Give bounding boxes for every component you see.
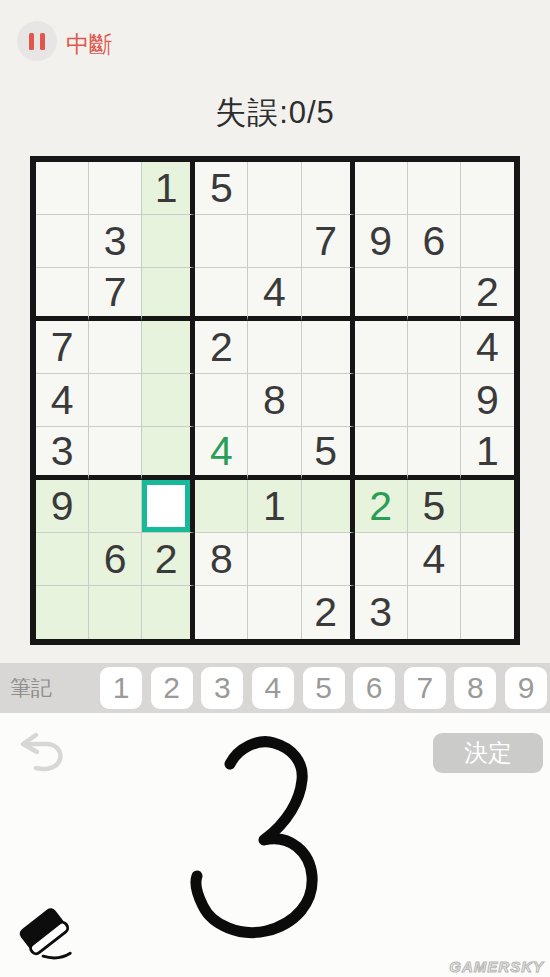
cell-r7c1[interactable]: 9 [36,480,89,533]
cell-r1c6[interactable] [302,162,355,215]
cell-r6c9[interactable]: 1 [461,427,514,480]
confirm-button[interactable]: 決定 [433,733,543,773]
cell-r6c7[interactable] [355,427,408,480]
cell-r2c6[interactable]: 7 [302,215,355,268]
cell-r7c9[interactable] [461,480,514,533]
cell-r2c2[interactable]: 3 [89,215,142,268]
cell-r8c7[interactable] [355,533,408,586]
note-digit-button-6[interactable]: 6 [353,667,395,709]
note-digit-button-8[interactable]: 8 [454,667,496,709]
cell-r8c3[interactable]: 2 [142,533,195,586]
cell-r9c1[interactable] [36,586,89,639]
notes-label: 筆記 [10,663,52,713]
cell-r6c2[interactable] [89,427,142,480]
cell-r8c9[interactable] [461,533,514,586]
cell-r5c4[interactable] [195,374,248,427]
cell-r8c6[interactable] [302,533,355,586]
cell-r9c8[interactable] [408,586,461,639]
cell-r9c5[interactable] [248,586,301,639]
sudoku-grid: 15379674272448934519125628423 [36,162,514,639]
cell-r3c3[interactable] [142,268,195,321]
cell-r5c1[interactable]: 4 [36,374,89,427]
cell-r6c3[interactable] [142,427,195,480]
watermark: GAMERSKY [449,958,544,975]
cell-r7c5[interactable]: 1 [248,480,301,533]
cell-r4c2[interactable] [89,321,142,374]
cell-r3c4[interactable] [195,268,248,321]
cell-r5c3[interactable] [142,374,195,427]
cell-r6c4[interactable]: 4 [195,427,248,480]
cell-r9c9[interactable] [461,586,514,639]
cell-r4c3[interactable] [142,321,195,374]
cell-r3c1[interactable] [36,268,89,321]
cell-r7c3[interactable] [142,480,195,533]
cell-r9c3[interactable] [142,586,195,639]
cell-r1c4[interactable]: 5 [195,162,248,215]
undo-arrow-icon[interactable] [16,729,66,775]
note-digit-row: 123456789 [100,667,547,709]
cell-r8c4[interactable]: 8 [195,533,248,586]
cell-r9c2[interactable] [89,586,142,639]
notes-bar: 筆記 123456789 [0,663,550,713]
cell-r7c4[interactable] [195,480,248,533]
cell-r8c5[interactable] [248,533,301,586]
cell-r4c1[interactable]: 7 [36,321,89,374]
cell-r2c3[interactable] [142,215,195,268]
cell-r6c8[interactable] [408,427,461,480]
cell-r2c1[interactable] [36,215,89,268]
note-digit-button-3[interactable]: 3 [201,667,243,709]
sudoku-board: 15379674272448934519125628423 [30,156,520,645]
cell-r4c4[interactable]: 2 [195,321,248,374]
pause-icon [40,33,45,50]
cell-r9c7[interactable]: 3 [355,586,408,639]
cell-r1c7[interactable] [355,162,408,215]
cell-r2c4[interactable] [195,215,248,268]
cell-r9c4[interactable] [195,586,248,639]
cell-r1c8[interactable] [408,162,461,215]
note-digit-button-5[interactable]: 5 [303,667,345,709]
cell-r5c5[interactable]: 8 [248,374,301,427]
cell-r5c9[interactable]: 9 [461,374,514,427]
cell-r5c7[interactable] [355,374,408,427]
cell-r1c2[interactable] [89,162,142,215]
pause-button[interactable] [17,21,57,61]
cell-r3c2[interactable]: 7 [89,268,142,321]
mistakes-counter: 失誤:0/5 [0,92,550,134]
note-digit-button-9[interactable]: 9 [505,667,547,709]
eraser-icon[interactable] [16,901,78,963]
cell-r5c8[interactable] [408,374,461,427]
cell-r2c9[interactable] [461,215,514,268]
cell-r9c6[interactable]: 2 [302,586,355,639]
cell-r3c6[interactable] [302,268,355,321]
cell-r4c5[interactable] [248,321,301,374]
cell-r8c1[interactable] [36,533,89,586]
cell-r2c7[interactable]: 9 [355,215,408,268]
cell-r6c5[interactable] [248,427,301,480]
cell-r4c8[interactable] [408,321,461,374]
cell-r8c2[interactable]: 6 [89,533,142,586]
cell-r4c9[interactable]: 4 [461,321,514,374]
cell-r3c9[interactable]: 2 [461,268,514,321]
cell-r1c1[interactable] [36,162,89,215]
note-digit-button-2[interactable]: 2 [151,667,193,709]
cell-r3c8[interactable] [408,268,461,321]
cell-r1c5[interactable] [248,162,301,215]
cell-r7c2[interactable] [89,480,142,533]
cell-r2c8[interactable]: 6 [408,215,461,268]
cell-r3c7[interactable] [355,268,408,321]
pause-label[interactable]: 中斷 [66,29,112,60]
cell-r7c7[interactable]: 2 [355,480,408,533]
cell-r3c5[interactable]: 4 [248,268,301,321]
cell-r8c8[interactable]: 4 [408,533,461,586]
note-digit-button-7[interactable]: 7 [404,667,446,709]
cell-r1c9[interactable] [461,162,514,215]
sudoku-app: 中斷 失誤:0/5 15379674272448934519125628423 … [0,0,550,977]
cell-r4c6[interactable] [302,321,355,374]
cell-r6c1[interactable]: 3 [36,427,89,480]
note-digit-button-4[interactable]: 4 [252,667,294,709]
cell-r5c6[interactable] [302,374,355,427]
cell-r6c6[interactable]: 5 [302,427,355,480]
cell-r4c7[interactable] [355,321,408,374]
handwriting-panel[interactable]: 決定 GAMERSKY [0,713,550,977]
cell-r7c6[interactable] [302,480,355,533]
cell-r7c8[interactable]: 5 [408,480,461,533]
cell-r1c3[interactable]: 1 [142,162,195,215]
cell-r2c5[interactable] [248,215,301,268]
cell-r5c2[interactable] [89,374,142,427]
note-digit-button-1[interactable]: 1 [100,667,142,709]
pause-icon [29,33,34,50]
